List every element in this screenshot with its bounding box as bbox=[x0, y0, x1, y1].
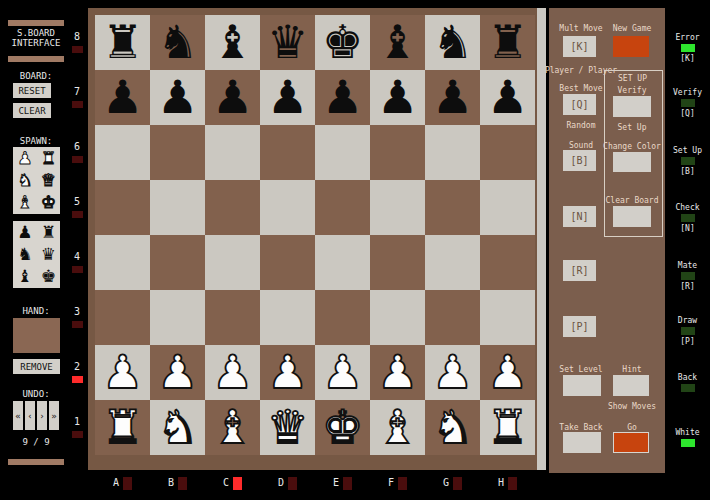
square-c7[interactable]: ♟ bbox=[205, 70, 260, 125]
square-h4[interactable] bbox=[480, 235, 535, 290]
led-key: [Q] bbox=[680, 109, 694, 118]
led-light-on bbox=[681, 439, 695, 447]
file-indicator-b bbox=[178, 477, 187, 490]
rank-label-2: 2 bbox=[66, 345, 88, 400]
undo-last-button[interactable]: » bbox=[49, 401, 59, 430]
undo-counter: 9 / 9 bbox=[0, 437, 72, 447]
square-c1[interactable]: ♝ bbox=[205, 400, 260, 455]
rank-indicator-4 bbox=[72, 266, 83, 273]
led-key: [B] bbox=[680, 167, 694, 176]
spawn-white-queen[interactable]: ♛ bbox=[37, 169, 61, 191]
led-group-set-up: Set Up[B] bbox=[665, 146, 710, 176]
rank-indicator-3 bbox=[72, 321, 83, 328]
rank-number-5: 5 bbox=[74, 197, 80, 207]
hint-label: Hint bbox=[596, 365, 668, 374]
verify-label: Verify bbox=[596, 86, 668, 95]
square-g1[interactable]: ♞ bbox=[425, 400, 480, 455]
rank-indicator-5 bbox=[72, 211, 83, 218]
file-indicator-a bbox=[123, 477, 132, 490]
file-indicator-c bbox=[233, 477, 242, 490]
square-e2[interactable]: ♟ bbox=[315, 345, 370, 400]
board-right-edge bbox=[537, 8, 546, 470]
chess-board: ♜♞♝♛♚♝♞♜♟♟♟♟♟♟♟♟♟♟♟♟♟♟♟♟♜♞♝♛♚♝♞♜ bbox=[88, 8, 537, 470]
new-game-label: New Game bbox=[596, 24, 668, 33]
white-king[interactable]: ♚ bbox=[322, 400, 363, 455]
spawn-white-king[interactable]: ♚ bbox=[37, 192, 61, 214]
led-group-error: Error[K] bbox=[665, 33, 710, 63]
black-pawn[interactable]: ♟ bbox=[157, 70, 198, 125]
board-section-label: BOARD: bbox=[0, 71, 72, 81]
key-q-button[interactable]: [Q] bbox=[563, 94, 596, 115]
spawn-white-pawn[interactable]: ♟ bbox=[13, 147, 37, 169]
black-pawn[interactable]: ♟ bbox=[487, 70, 528, 125]
square-c5[interactable] bbox=[205, 180, 260, 235]
file-indicator-g bbox=[453, 477, 462, 490]
spawn-white-knight[interactable]: ♞ bbox=[13, 169, 37, 191]
square-f3[interactable] bbox=[370, 290, 425, 345]
square-b4[interactable] bbox=[150, 235, 205, 290]
spawn-black-bishop[interactable]: ♝ bbox=[13, 266, 37, 288]
function-panel: Mult Move [K] Player / Player New Game B… bbox=[549, 8, 665, 473]
white-pawn[interactable]: ♟ bbox=[267, 345, 308, 400]
rank-number-6: 6 bbox=[74, 142, 80, 152]
led-key: [N] bbox=[680, 224, 694, 233]
app-title-line1: S.BOARD bbox=[0, 28, 72, 38]
setup-group-title: SET UP bbox=[604, 66, 661, 85]
square-d3[interactable] bbox=[260, 290, 315, 345]
square-e5[interactable] bbox=[315, 180, 370, 235]
file-letter-f: F bbox=[388, 478, 394, 488]
black-pawn[interactable]: ♟ bbox=[432, 70, 473, 125]
square-g2[interactable]: ♟ bbox=[425, 345, 480, 400]
rank-number-3: 3 bbox=[74, 307, 80, 317]
led-label: Verify bbox=[673, 88, 702, 97]
square-f6[interactable] bbox=[370, 125, 425, 180]
square-f8[interactable]: ♝ bbox=[370, 15, 425, 70]
undo-forward-button[interactable]: › bbox=[37, 401, 47, 430]
spawn-section-label: SPAWN: bbox=[0, 136, 72, 146]
square-f5[interactable] bbox=[370, 180, 425, 235]
black-pawn[interactable]: ♟ bbox=[212, 70, 253, 125]
rank-number-8: 8 bbox=[74, 32, 80, 42]
app-title-line2: INTERFACE bbox=[0, 38, 72, 48]
spawn-black-knight[interactable]: ♞ bbox=[13, 243, 37, 265]
app-title: S.BOARD INTERFACE bbox=[0, 28, 72, 48]
spawn-black-queen[interactable]: ♛ bbox=[37, 243, 61, 265]
square-b7[interactable]: ♟ bbox=[150, 70, 205, 125]
black-rook[interactable]: ♜ bbox=[102, 15, 143, 70]
hand-box[interactable] bbox=[13, 318, 60, 353]
file-letter-c: C bbox=[223, 478, 229, 488]
square-g4[interactable] bbox=[425, 235, 480, 290]
square-h5[interactable] bbox=[480, 180, 535, 235]
file-letter-b: B bbox=[168, 478, 174, 488]
led-label: Mate bbox=[678, 261, 697, 270]
undo-section-label: UNDO: bbox=[0, 389, 72, 399]
hand-section-label: HAND: bbox=[0, 306, 72, 316]
file-indicator-d bbox=[288, 477, 297, 490]
file-label-a: A bbox=[95, 472, 150, 494]
spawn-black-pawn[interactable]: ♟ bbox=[13, 221, 37, 243]
spawn-panel-white: ♟♜♞♛♝♚ bbox=[13, 147, 60, 214]
square-a7[interactable]: ♟ bbox=[95, 70, 150, 125]
rank-number-4: 4 bbox=[74, 252, 80, 262]
file-label-b: B bbox=[150, 472, 205, 494]
square-h1[interactable]: ♜ bbox=[480, 400, 535, 455]
spawn-white-rook[interactable]: ♜ bbox=[37, 147, 61, 169]
key-b-button[interactable]: [B] bbox=[563, 150, 596, 171]
file-label-c: C bbox=[205, 472, 260, 494]
file-label-d: D bbox=[260, 472, 315, 494]
square-c2[interactable]: ♟ bbox=[205, 345, 260, 400]
led-group-check: Check[N] bbox=[665, 203, 710, 233]
file-label-e: E bbox=[315, 472, 370, 494]
square-g3[interactable] bbox=[425, 290, 480, 345]
black-knight[interactable]: ♞ bbox=[432, 15, 473, 70]
remove-button[interactable]: REMOVE bbox=[13, 359, 60, 374]
rank-label-3: 3 bbox=[66, 290, 88, 345]
led-light-off bbox=[681, 99, 695, 107]
square-a6[interactable] bbox=[95, 125, 150, 180]
sidebar-bottom-bar bbox=[8, 459, 64, 465]
file-coordinates: ABCDEFGH bbox=[95, 472, 535, 494]
key-r-button[interactable]: [R] bbox=[563, 260, 596, 281]
change-color-label: Change Color bbox=[596, 142, 668, 151]
led-light-off bbox=[681, 327, 695, 335]
square-a3[interactable] bbox=[95, 290, 150, 345]
spawn-white-bishop[interactable]: ♝ bbox=[13, 192, 37, 214]
square-c4[interactable] bbox=[205, 235, 260, 290]
file-letter-d: D bbox=[278, 478, 284, 488]
rank-indicator-7 bbox=[72, 101, 83, 108]
led-light-off bbox=[681, 384, 695, 392]
square-b1[interactable]: ♞ bbox=[150, 400, 205, 455]
clear-button[interactable]: CLEAR bbox=[13, 103, 51, 118]
led-light-off bbox=[681, 157, 695, 165]
file-label-f: F bbox=[370, 472, 425, 494]
square-c3[interactable] bbox=[205, 290, 260, 345]
led-group-draw: Draw[P] bbox=[665, 316, 710, 346]
white-bishop[interactable]: ♝ bbox=[212, 400, 253, 455]
black-pawn[interactable]: ♟ bbox=[267, 70, 308, 125]
square-g7[interactable]: ♟ bbox=[425, 70, 480, 125]
square-a2[interactable]: ♟ bbox=[95, 345, 150, 400]
square-e8[interactable]: ♚ bbox=[315, 15, 370, 70]
file-letter-e: E bbox=[333, 478, 339, 488]
spawn-black-king[interactable]: ♚ bbox=[37, 266, 61, 288]
square-d8[interactable]: ♛ bbox=[260, 15, 315, 70]
square-e1[interactable]: ♚ bbox=[315, 400, 370, 455]
take-back-button[interactable] bbox=[563, 432, 601, 453]
rank-number-1: 1 bbox=[74, 417, 80, 427]
square-h2[interactable]: ♟ bbox=[480, 345, 535, 400]
white-pawn[interactable]: ♟ bbox=[102, 345, 143, 400]
white-knight[interactable]: ♞ bbox=[432, 400, 473, 455]
square-g5[interactable] bbox=[425, 180, 480, 235]
square-h7[interactable]: ♟ bbox=[480, 70, 535, 125]
clear-board-button[interactable] bbox=[613, 206, 651, 227]
led-label: Error bbox=[675, 33, 699, 42]
new-game-button[interactable] bbox=[613, 36, 649, 57]
black-bishop[interactable]: ♝ bbox=[377, 15, 418, 70]
file-label-g: G bbox=[425, 472, 480, 494]
black-pawn[interactable]: ♟ bbox=[377, 70, 418, 125]
file-indicator-h bbox=[508, 477, 517, 490]
white-pawn[interactable]: ♟ bbox=[157, 345, 198, 400]
sidebar-top-bar bbox=[8, 20, 64, 26]
led-key: [R] bbox=[680, 282, 694, 291]
white-bishop[interactable]: ♝ bbox=[377, 400, 418, 455]
rank-number-7: 7 bbox=[74, 87, 80, 97]
white-queen[interactable]: ♛ bbox=[267, 400, 308, 455]
spawn-panel-black: ♟♜♞♛♝♚ bbox=[13, 221, 60, 288]
white-pawn[interactable]: ♟ bbox=[377, 345, 418, 400]
rank-label-8: 8 bbox=[66, 15, 88, 70]
key-n-button[interactable]: [N] bbox=[563, 206, 596, 227]
go-label: Go bbox=[596, 423, 668, 432]
undo-controls: «‹›» bbox=[13, 401, 60, 430]
square-d7[interactable]: ♟ bbox=[260, 70, 315, 125]
rank-indicator-1 bbox=[72, 431, 83, 438]
square-a1[interactable]: ♜ bbox=[95, 400, 150, 455]
black-bishop[interactable]: ♝ bbox=[212, 15, 253, 70]
undo-first-button[interactable]: « bbox=[13, 401, 23, 430]
white-pawn[interactable]: ♟ bbox=[487, 345, 528, 400]
board-squares: ♜♞♝♛♚♝♞♜♟♟♟♟♟♟♟♟♟♟♟♟♟♟♟♟♜♞♝♛♚♝♞♜ bbox=[95, 15, 535, 455]
led-key: [P] bbox=[680, 337, 694, 346]
square-b2[interactable]: ♟ bbox=[150, 345, 205, 400]
led-group-white: White bbox=[665, 428, 710, 447]
square-f7[interactable]: ♟ bbox=[370, 70, 425, 125]
square-b5[interactable] bbox=[150, 180, 205, 235]
square-b3[interactable] bbox=[150, 290, 205, 345]
white-pawn[interactable]: ♟ bbox=[322, 345, 363, 400]
square-b6[interactable] bbox=[150, 125, 205, 180]
rank-indicator-8 bbox=[72, 46, 83, 53]
led-label: White bbox=[675, 428, 699, 437]
white-pawn[interactable]: ♟ bbox=[212, 345, 253, 400]
square-g6[interactable] bbox=[425, 125, 480, 180]
led-group-back: Back bbox=[665, 373, 710, 392]
show-moves-label: Show Moves bbox=[596, 402, 668, 411]
square-d5[interactable] bbox=[260, 180, 315, 235]
rank-label-7: 7 bbox=[66, 70, 88, 125]
key-p-button[interactable]: [P] bbox=[563, 316, 596, 337]
setup-sub-label: Set Up bbox=[596, 123, 668, 132]
white-rook[interactable]: ♜ bbox=[102, 400, 143, 455]
square-e6[interactable] bbox=[315, 125, 370, 180]
white-pawn[interactable]: ♟ bbox=[432, 345, 473, 400]
rank-indicator-2 bbox=[72, 376, 83, 383]
file-letter-g: G bbox=[443, 478, 449, 488]
go-button[interactable] bbox=[613, 432, 649, 453]
square-f1[interactable]: ♝ bbox=[370, 400, 425, 455]
square-f2[interactable]: ♟ bbox=[370, 345, 425, 400]
file-letter-a: A bbox=[113, 478, 119, 488]
square-c6[interactable] bbox=[205, 125, 260, 180]
led-label: Set Up bbox=[673, 146, 702, 155]
file-label-h: H bbox=[480, 472, 535, 494]
square-d4[interactable] bbox=[260, 235, 315, 290]
spawn-black-rook[interactable]: ♜ bbox=[37, 221, 61, 243]
led-group-verify: Verify[Q] bbox=[665, 88, 710, 118]
rank-number-2: 2 bbox=[74, 362, 80, 372]
rank-label-6: 6 bbox=[66, 125, 88, 180]
square-e7[interactable]: ♟ bbox=[315, 70, 370, 125]
square-d2[interactable]: ♟ bbox=[260, 345, 315, 400]
square-d1[interactable]: ♛ bbox=[260, 400, 315, 455]
led-light-off bbox=[681, 272, 695, 280]
square-c8[interactable]: ♝ bbox=[205, 15, 260, 70]
square-e4[interactable] bbox=[315, 235, 370, 290]
led-light-off bbox=[681, 214, 695, 222]
square-h8[interactable]: ♜ bbox=[480, 15, 535, 70]
led-label: Back bbox=[678, 373, 697, 382]
file-indicator-e bbox=[343, 477, 352, 490]
black-pawn[interactable]: ♟ bbox=[322, 70, 363, 125]
rank-label-1: 1 bbox=[66, 400, 88, 455]
led-group-mate: Mate[R] bbox=[665, 261, 710, 291]
file-indicator-f bbox=[398, 477, 407, 490]
black-king[interactable]: ♚ bbox=[322, 15, 363, 70]
rank-indicator-6 bbox=[72, 156, 83, 163]
status-led-column: Error[K]Verify[Q]Set Up[B]Check[N]Mate[R… bbox=[665, 0, 710, 500]
rank-label-4: 4 bbox=[66, 235, 88, 290]
black-pawn[interactable]: ♟ bbox=[102, 70, 143, 125]
square-a5[interactable] bbox=[95, 180, 150, 235]
rank-label-5: 5 bbox=[66, 180, 88, 235]
undo-back-button[interactable]: ‹ bbox=[25, 401, 35, 430]
square-h3[interactable] bbox=[480, 290, 535, 345]
led-label: Draw bbox=[678, 316, 697, 325]
hint-button[interactable] bbox=[613, 375, 649, 396]
square-b8[interactable]: ♞ bbox=[150, 15, 205, 70]
change-color-button[interactable] bbox=[613, 152, 651, 172]
led-light-on bbox=[681, 44, 695, 52]
led-label: Check bbox=[675, 203, 699, 212]
square-a4[interactable] bbox=[95, 235, 150, 290]
reset-button[interactable]: RESET bbox=[13, 83, 51, 98]
white-rook[interactable]: ♜ bbox=[487, 400, 528, 455]
square-a8[interactable]: ♜ bbox=[95, 15, 150, 70]
sidebar-bar-2 bbox=[8, 56, 64, 62]
black-rook[interactable]: ♜ bbox=[487, 15, 528, 70]
clear-board-label: Clear Board bbox=[596, 196, 668, 205]
square-d6[interactable] bbox=[260, 125, 315, 180]
square-e3[interactable] bbox=[315, 290, 370, 345]
key-k-button[interactable]: [K] bbox=[563, 36, 596, 57]
black-queen[interactable]: ♛ bbox=[267, 15, 308, 70]
white-knight[interactable]: ♞ bbox=[157, 400, 198, 455]
file-letter-h: H bbox=[498, 478, 504, 488]
verify-button[interactable] bbox=[613, 96, 651, 117]
set-level-button[interactable] bbox=[563, 375, 601, 396]
square-h6[interactable] bbox=[480, 125, 535, 180]
square-f4[interactable] bbox=[370, 235, 425, 290]
led-key: [K] bbox=[680, 54, 694, 63]
square-g8[interactable]: ♞ bbox=[425, 15, 480, 70]
black-knight[interactable]: ♞ bbox=[157, 15, 198, 70]
